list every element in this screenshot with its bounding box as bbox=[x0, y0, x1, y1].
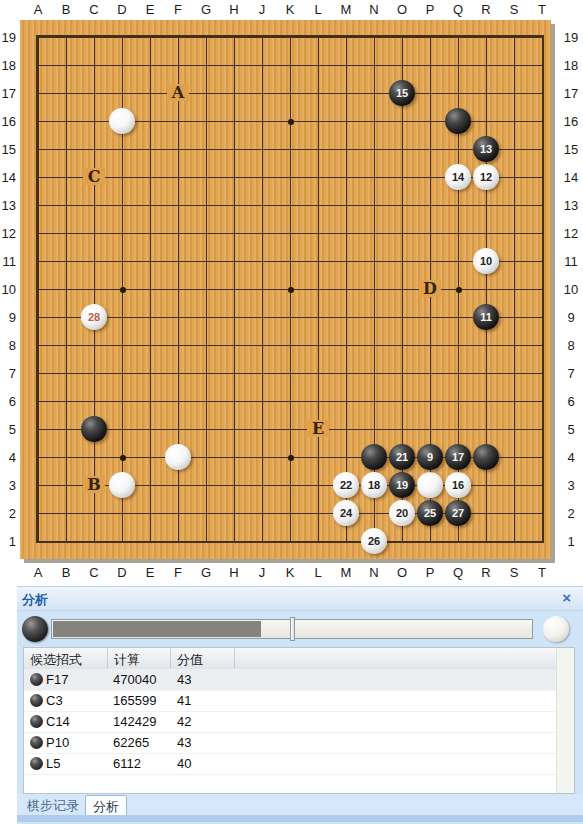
star-point-Q10 bbox=[456, 287, 462, 293]
star-point-K16 bbox=[288, 119, 294, 125]
coord-top-M: M bbox=[332, 2, 360, 17]
move-number: 18 bbox=[368, 479, 380, 491]
coord-right-9: 9 bbox=[559, 310, 583, 325]
coord-right-5: 5 bbox=[559, 422, 583, 437]
stone-black-R9: 11 bbox=[473, 304, 499, 330]
winrate-black-fill bbox=[53, 621, 261, 637]
coord-left-6: 6 bbox=[0, 394, 16, 409]
candidate-calculations: 142429 bbox=[108, 714, 171, 729]
move-number: 12 bbox=[480, 171, 492, 183]
candidate-calculations: 165599 bbox=[108, 693, 171, 708]
stone-white-P3 bbox=[417, 472, 443, 498]
coord-left-1: 1 bbox=[0, 534, 16, 549]
coord-bottom-N: N bbox=[360, 565, 388, 580]
coord-bottom-K: K bbox=[276, 565, 304, 580]
coord-top-R: R bbox=[472, 2, 500, 17]
analysis-panel: 分析 × 候选招式计算分值 F1747004043C316559941C1414… bbox=[17, 586, 583, 824]
stone-black-P4: 9 bbox=[417, 444, 443, 470]
candidate-row-C14[interactable]: C1414242942 bbox=[24, 711, 556, 733]
winrate-slider-handle[interactable] bbox=[290, 617, 295, 641]
candidate-move: C3 bbox=[46, 693, 108, 708]
candidate-row-C3[interactable]: C316559941 bbox=[24, 690, 556, 712]
coord-top-T: T bbox=[528, 2, 556, 17]
candidate-move: L5 bbox=[46, 756, 108, 771]
coord-left-16: 16 bbox=[0, 114, 16, 129]
stone-white-O2: 20 bbox=[389, 500, 415, 526]
stone-white-N3: 18 bbox=[361, 472, 387, 498]
stone-black-R4 bbox=[473, 444, 499, 470]
coord-bottom-P: P bbox=[416, 565, 444, 580]
stone-black-O4: 21 bbox=[389, 444, 415, 470]
coord-top-J: J bbox=[248, 2, 276, 17]
coord-left-12: 12 bbox=[0, 226, 16, 241]
coord-bottom-T: T bbox=[528, 565, 556, 580]
coord-right-16: 16 bbox=[559, 114, 583, 129]
coord-left-3: 3 bbox=[0, 478, 16, 493]
analysis-title: 分析 bbox=[22, 591, 48, 609]
coord-top-K: K bbox=[276, 2, 304, 17]
move-number: 19 bbox=[396, 479, 408, 491]
coord-left-11: 11 bbox=[0, 254, 16, 269]
coord-bottom-M: M bbox=[332, 565, 360, 580]
candidate-row-P10[interactable]: P106226543 bbox=[24, 732, 556, 754]
candidate-score: 40 bbox=[171, 756, 235, 771]
stone-white-Q3: 16 bbox=[445, 472, 471, 498]
stone-white-R11: 10 bbox=[473, 248, 499, 274]
coord-bottom-J: J bbox=[248, 565, 276, 580]
black-stone-icon bbox=[30, 694, 43, 707]
candidate-calculations: 62265 bbox=[108, 735, 171, 750]
candidate-score: 42 bbox=[171, 714, 235, 729]
coord-bottom-F: F bbox=[164, 565, 192, 580]
winrate-bar[interactable] bbox=[51, 619, 533, 639]
coord-right-1: 1 bbox=[559, 534, 583, 549]
coord-bottom-A: A bbox=[24, 565, 52, 580]
move-number: 14 bbox=[452, 171, 464, 183]
stone-white-C9: 28 bbox=[81, 304, 107, 330]
candidate-move: P10 bbox=[46, 735, 108, 750]
table-header: 候选招式计算分值 bbox=[24, 648, 574, 670]
stone-black-N4 bbox=[361, 444, 387, 470]
coord-bottom-D: D bbox=[108, 565, 136, 580]
coord-top-Q: Q bbox=[444, 2, 472, 17]
coord-top-N: N bbox=[360, 2, 388, 17]
coord-right-6: 6 bbox=[559, 394, 583, 409]
coord-left-8: 8 bbox=[0, 338, 16, 353]
coord-right-12: 12 bbox=[559, 226, 583, 241]
coord-right-18: 18 bbox=[559, 58, 583, 73]
move-number: 17 bbox=[452, 451, 464, 463]
panel-bottom-strip bbox=[17, 815, 583, 822]
move-number: 15 bbox=[396, 87, 408, 99]
coord-bottom-Q: Q bbox=[444, 565, 472, 580]
white-stone-icon bbox=[543, 616, 569, 642]
coord-top-P: P bbox=[416, 2, 444, 17]
move-number: 13 bbox=[480, 143, 492, 155]
stone-white-F4 bbox=[165, 444, 191, 470]
tab-move-record[interactable]: 棋步记录 bbox=[27, 797, 79, 815]
star-point-K10 bbox=[288, 287, 294, 293]
coord-top-B: B bbox=[52, 2, 80, 17]
move-number: 20 bbox=[396, 507, 408, 519]
stone-black-C5 bbox=[81, 416, 107, 442]
bottom-tab-bar: 棋步记录 分析 bbox=[17, 794, 583, 815]
move-number: 22 bbox=[340, 479, 352, 491]
move-number: 25 bbox=[424, 507, 436, 519]
coord-top-A: A bbox=[24, 2, 52, 17]
move-number: 16 bbox=[452, 479, 464, 491]
coord-top-L: L bbox=[304, 2, 332, 17]
candidate-score: 41 bbox=[171, 693, 235, 708]
candidate-calculations: 470040 bbox=[108, 672, 171, 687]
coord-bottom-H: H bbox=[220, 565, 248, 580]
coord-right-8: 8 bbox=[559, 338, 583, 353]
stone-black-O17: 15 bbox=[389, 80, 415, 106]
coord-right-13: 13 bbox=[559, 198, 583, 213]
coord-left-10: 10 bbox=[0, 282, 16, 297]
column-header-2: 计算 bbox=[108, 648, 171, 669]
move-number: 9 bbox=[427, 451, 433, 463]
black-stone-icon bbox=[30, 715, 43, 728]
close-icon[interactable]: × bbox=[562, 589, 571, 607]
stone-white-M3: 22 bbox=[333, 472, 359, 498]
coord-right-10: 10 bbox=[559, 282, 583, 297]
stone-white-D3 bbox=[109, 472, 135, 498]
table-scrollbar-gutter[interactable] bbox=[556, 648, 574, 793]
coord-top-H: H bbox=[220, 2, 248, 17]
stone-black-O3: 19 bbox=[389, 472, 415, 498]
coord-bottom-B: B bbox=[52, 565, 80, 580]
move-number: 24 bbox=[340, 507, 352, 519]
coord-left-17: 17 bbox=[0, 86, 16, 101]
black-stone-icon bbox=[30, 757, 43, 770]
column-header-1: 候选招式 bbox=[24, 648, 108, 669]
coord-bottom-C: C bbox=[80, 565, 108, 580]
candidate-score: 43 bbox=[171, 672, 235, 687]
coord-top-O: O bbox=[388, 2, 416, 17]
coord-right-3: 3 bbox=[559, 478, 583, 493]
coord-top-D: D bbox=[108, 2, 136, 17]
coord-bottom-S: S bbox=[500, 565, 528, 580]
candidate-label-C14[interactable]: C bbox=[83, 168, 105, 185]
coord-left-13: 13 bbox=[0, 198, 16, 213]
stone-white-M2: 24 bbox=[333, 500, 359, 526]
column-header-3: 分值 bbox=[171, 648, 235, 669]
move-number: 21 bbox=[396, 451, 408, 463]
coord-right-15: 15 bbox=[559, 142, 583, 157]
move-number: 11 bbox=[480, 311, 492, 323]
candidate-row-F17[interactable]: F1747004043 bbox=[24, 669, 556, 691]
candidate-score: 43 bbox=[171, 735, 235, 750]
black-stone-icon bbox=[30, 673, 43, 686]
move-number: 27 bbox=[452, 507, 464, 519]
coord-top-S: S bbox=[500, 2, 528, 17]
coord-top-F: F bbox=[164, 2, 192, 17]
candidate-move: F17 bbox=[46, 672, 108, 687]
coord-bottom-E: E bbox=[136, 565, 164, 580]
candidate-calculations: 6112 bbox=[108, 756, 171, 771]
stone-white-R14: 12 bbox=[473, 164, 499, 190]
move-number: 26 bbox=[368, 535, 380, 547]
move-number: 28 bbox=[88, 311, 100, 323]
candidate-row-L5[interactable]: L5611240 bbox=[24, 753, 556, 775]
black-stone-icon bbox=[30, 736, 43, 749]
coord-right-17: 17 bbox=[559, 86, 583, 101]
coord-bottom-R: R bbox=[472, 565, 500, 580]
stone-white-Q14: 14 bbox=[445, 164, 471, 190]
coord-right-7: 7 bbox=[559, 366, 583, 381]
coord-right-4: 4 bbox=[559, 450, 583, 465]
candidate-moves-table: 候选招式计算分值 F1747004043C316559941C141424294… bbox=[23, 647, 575, 794]
coord-left-4: 4 bbox=[0, 450, 16, 465]
stone-black-R15: 13 bbox=[473, 136, 499, 162]
coord-left-15: 15 bbox=[0, 142, 16, 157]
coord-left-7: 7 bbox=[0, 366, 16, 381]
black-stone-icon bbox=[22, 616, 48, 642]
coord-bottom-G: G bbox=[192, 565, 220, 580]
stone-black-Q2: 27 bbox=[445, 500, 471, 526]
winrate-slider-row bbox=[17, 610, 583, 647]
coord-right-19: 19 bbox=[559, 30, 583, 45]
stone-white-D16 bbox=[109, 108, 135, 134]
stone-white-N1: 26 bbox=[361, 528, 387, 554]
coord-left-9: 9 bbox=[0, 310, 16, 325]
coord-right-11: 11 bbox=[559, 254, 583, 269]
candidate-label-C3[interactable]: B bbox=[83, 476, 105, 493]
go-board-area[interactable]: AABBCCDDEEFFGGHHJJKKLLMMNNOOPPQQRRSSTT19… bbox=[0, 0, 583, 586]
candidate-move: C14 bbox=[46, 714, 108, 729]
star-point-D4 bbox=[120, 455, 126, 461]
star-point-D10 bbox=[120, 287, 126, 293]
coord-left-2: 2 bbox=[0, 506, 16, 521]
column-header-empty bbox=[235, 648, 574, 669]
coord-top-G: G bbox=[192, 2, 220, 17]
candidate-label-L5[interactable]: E bbox=[307, 420, 329, 437]
coord-top-C: C bbox=[80, 2, 108, 17]
move-number: 10 bbox=[480, 255, 492, 267]
candidate-label-P10[interactable]: D bbox=[419, 280, 441, 297]
stone-black-Q4: 17 bbox=[445, 444, 471, 470]
coord-right-2: 2 bbox=[559, 506, 583, 521]
coord-bottom-L: L bbox=[304, 565, 332, 580]
coord-left-19: 19 bbox=[0, 30, 16, 45]
star-point-K4 bbox=[288, 455, 294, 461]
coord-left-18: 18 bbox=[0, 58, 16, 73]
candidate-label-F17[interactable]: A bbox=[167, 84, 189, 101]
coord-left-5: 5 bbox=[0, 422, 16, 437]
coord-right-14: 14 bbox=[559, 170, 583, 185]
coord-left-14: 14 bbox=[0, 170, 16, 185]
analysis-title-bar: 分析 × bbox=[17, 587, 583, 611]
stone-black-P2: 25 bbox=[417, 500, 443, 526]
coord-top-E: E bbox=[136, 2, 164, 17]
stone-black-Q16 bbox=[445, 108, 471, 134]
coord-bottom-O: O bbox=[388, 565, 416, 580]
